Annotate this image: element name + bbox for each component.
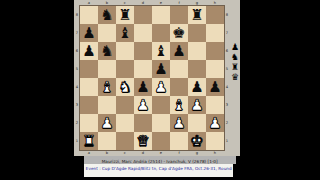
square-e3[interactable] (152, 96, 170, 114)
black-pawn[interactable]: ♟ (136, 78, 149, 96)
square-a5[interactable] (80, 60, 98, 78)
black-pawn[interactable]: ♟ (172, 42, 185, 60)
square-h3[interactable] (206, 96, 224, 114)
square-g2[interactable] (188, 114, 206, 132)
square-h7[interactable] (206, 24, 224, 42)
square-b7[interactable] (98, 24, 116, 42)
white-pawn[interactable]: ♟ (136, 96, 149, 114)
coord-label: a (88, 151, 90, 155)
white-king[interactable]: ♚ (190, 132, 203, 150)
white-pawn[interactable]: ♟ (172, 114, 185, 132)
board-frame: abcdefgh 87654321 ♞♜♜♟♝♚♟♞♝♟♟♝♞♟♟♟♟♟♝♟♟♟… (74, 0, 240, 156)
coord-label: g (196, 151, 198, 155)
players-caption-bar: Maurizzi, Marc Andria (2514) - Ivanchuk,… (84, 156, 236, 164)
captured-piece-icon: ♜ (231, 62, 239, 72)
square-e8[interactable] (152, 6, 170, 24)
square-c1[interactable] (116, 132, 134, 150)
white-queen[interactable]: ♛ (136, 132, 149, 150)
coord-label: f (178, 1, 179, 5)
square-c4[interactable]: ♞ (116, 78, 134, 96)
square-f3[interactable]: ♝ (170, 96, 188, 114)
square-c7[interactable]: ♝ (116, 24, 134, 42)
coord-label: c (124, 1, 126, 5)
square-h8[interactable] (206, 6, 224, 24)
coord-label: 2 (76, 121, 78, 125)
white-pawn[interactable]: ♟ (208, 114, 221, 132)
black-rook[interactable]: ♜ (118, 6, 131, 24)
square-a3[interactable] (80, 96, 98, 114)
square-f4[interactable] (170, 78, 188, 96)
coord-label: e (160, 151, 162, 155)
square-f8[interactable] (170, 6, 188, 24)
white-knight[interactable]: ♞ (118, 78, 131, 96)
coord-label: h (214, 1, 216, 5)
square-h4[interactable]: ♟ (206, 78, 224, 96)
white-pawn[interactable]: ♟ (154, 78, 167, 96)
square-a4[interactable] (80, 78, 98, 96)
square-b6[interactable]: ♞ (98, 42, 116, 60)
white-rook[interactable]: ♜ (82, 132, 95, 150)
white-bishop[interactable]: ♝ (172, 96, 185, 114)
coord-label: f (178, 151, 179, 155)
square-b8[interactable]: ♞ (98, 6, 116, 24)
black-bishop[interactable]: ♝ (154, 42, 167, 60)
square-b2[interactable]: ♟ (98, 114, 116, 132)
coord-label: 4 (226, 85, 228, 89)
square-b4[interactable]: ♝ (98, 78, 116, 96)
coord-label: 1 (226, 139, 228, 143)
captured-material-tray: ♟♞♜♛ (230, 0, 240, 156)
coord-label: c (124, 151, 126, 155)
square-h6[interactable] (206, 42, 224, 60)
chess-board[interactable]: ♞♜♜♟♝♚♟♞♝♟♟♝♞♟♟♟♟♟♝♟♟♟♟♜♛♚ (80, 6, 224, 150)
square-f1[interactable] (170, 132, 188, 150)
coord-label: 7 (226, 31, 228, 35)
black-knight[interactable]: ♞ (100, 42, 113, 60)
game-info-bar: Event : Cup D'Agde Rapid/Blitz tn, Cap d… (84, 164, 233, 177)
coord-label: 6 (76, 49, 78, 53)
square-g1[interactable]: ♚ (188, 132, 206, 150)
square-a8[interactable] (80, 6, 98, 24)
square-a1[interactable]: ♜ (80, 132, 98, 150)
square-b1[interactable] (98, 132, 116, 150)
captured-piece-icon: ♞ (231, 52, 239, 62)
coord-label: h (214, 151, 216, 155)
square-e7[interactable] (152, 24, 170, 42)
square-a7[interactable]: ♟ (80, 24, 98, 42)
square-d1[interactable]: ♛ (134, 132, 152, 150)
square-b3[interactable] (98, 96, 116, 114)
square-c2[interactable] (116, 114, 134, 132)
square-d3[interactable]: ♟ (134, 96, 152, 114)
square-b5[interactable] (98, 60, 116, 78)
square-c8[interactable]: ♜ (116, 6, 134, 24)
black-pawn[interactable]: ♟ (208, 78, 221, 96)
black-pawn[interactable]: ♟ (190, 78, 203, 96)
coord-label: 7 (76, 31, 78, 35)
coord-label: 8 (76, 13, 78, 17)
square-g7[interactable] (188, 24, 206, 42)
event-caption: Event : Cup D'Agde Rapid/Blitz tn, Cap d… (84, 166, 233, 173)
square-f2[interactable]: ♟ (170, 114, 188, 132)
square-g5[interactable] (188, 60, 206, 78)
coord-label: e (160, 1, 162, 5)
square-h5[interactable] (206, 60, 224, 78)
square-e4[interactable]: ♟ (152, 78, 170, 96)
coord-label: a (88, 1, 90, 5)
square-d6[interactable] (134, 42, 152, 60)
square-c3[interactable] (116, 96, 134, 114)
coord-label: 3 (226, 103, 228, 107)
black-rook[interactable]: ♜ (190, 6, 203, 24)
coord-label: 3 (76, 103, 78, 107)
coord-label: 5 (76, 67, 78, 71)
square-g8[interactable]: ♜ (188, 6, 206, 24)
square-d7[interactable] (134, 24, 152, 42)
white-pawn[interactable]: ♟ (100, 114, 113, 132)
square-d5[interactable] (134, 60, 152, 78)
coord-label: d (142, 1, 144, 5)
square-e6[interactable]: ♝ (152, 42, 170, 60)
coord-label: g (196, 1, 198, 5)
coord-label: 8 (226, 13, 228, 17)
square-a2[interactable] (80, 114, 98, 132)
coord-label: b (106, 1, 108, 5)
square-h2[interactable]: ♟ (206, 114, 224, 132)
black-knight[interactable]: ♞ (100, 6, 113, 24)
white-pawn[interactable]: ♟ (190, 96, 203, 114)
square-h1[interactable] (206, 132, 224, 150)
coord-label: 4 (76, 85, 78, 89)
square-g6[interactable] (188, 42, 206, 60)
coord-label: 1 (76, 139, 78, 143)
captured-piece-icon: ♛ (231, 72, 239, 82)
square-f7[interactable]: ♚ (170, 24, 188, 42)
coord-label: 5 (226, 67, 228, 71)
square-g4[interactable]: ♟ (188, 78, 206, 96)
square-a6[interactable]: ♟ (80, 42, 98, 60)
square-g3[interactable]: ♟ (188, 96, 206, 114)
black-bishop[interactable]: ♝ (118, 24, 131, 42)
square-f5[interactable] (170, 60, 188, 78)
square-d4[interactable]: ♟ (134, 78, 152, 96)
coord-label: d (142, 151, 144, 155)
black-pawn[interactable]: ♟ (82, 24, 95, 42)
square-d8[interactable] (134, 6, 152, 24)
square-e5[interactable]: ♟ (152, 60, 170, 78)
coord-label: 2 (226, 121, 228, 125)
square-c5[interactable] (116, 60, 134, 78)
square-e1[interactable] (152, 132, 170, 150)
square-c6[interactable] (116, 42, 134, 60)
coord-label: b (106, 151, 108, 155)
black-pawn[interactable]: ♟ (82, 42, 95, 60)
square-e2[interactable] (152, 114, 170, 132)
white-bishop[interactable]: ♝ (100, 78, 113, 96)
captured-piece-icon: ♟ (231, 42, 239, 52)
black-king[interactable]: ♚ (172, 24, 185, 42)
square-d2[interactable] (134, 114, 152, 132)
square-f6[interactable]: ♟ (170, 42, 188, 60)
black-pawn[interactable]: ♟ (154, 60, 167, 78)
coord-label: 6 (226, 49, 228, 53)
